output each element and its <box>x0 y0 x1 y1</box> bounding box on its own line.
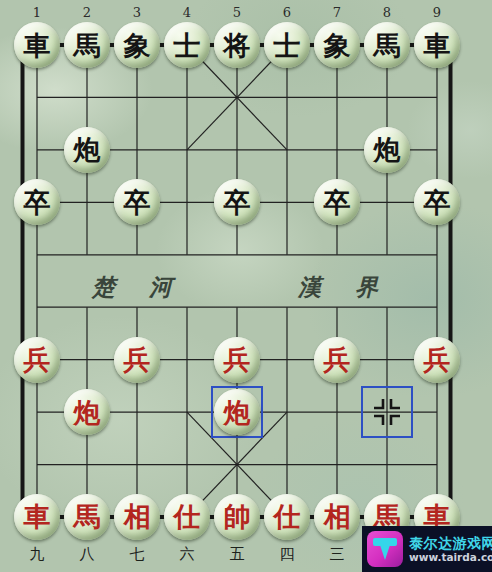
piece-red-炮-c5r8[interactable]: 炮 <box>214 389 260 435</box>
piece-red-車-c1r10[interactable]: 車 <box>14 494 60 540</box>
piece-black-卒-c3r4[interactable]: 卒 <box>114 179 160 225</box>
board-intersections[interactable]: 車馬象士将士象馬車炮炮卒卒卒卒卒兵兵兵兵炮炮兵車馬相仕帥仕相馬車 <box>12 19 462 543</box>
piece-black-卒-c5r4[interactable]: 卒 <box>214 179 260 225</box>
piece-black-馬-c8r1[interactable]: 馬 <box>364 22 410 68</box>
piece-red-兵-c7r7[interactable]: 兵 <box>314 337 360 383</box>
piece-red-兵-c1r7[interactable]: 兵 <box>14 337 60 383</box>
watermark-site-name: 泰尔达游戏网 <box>409 535 492 551</box>
piece-red-相-c7r10[interactable]: 相 <box>314 494 360 540</box>
piece-red-兵-c3r7[interactable]: 兵 <box>114 337 160 383</box>
piece-black-馬-c2r1[interactable]: 馬 <box>64 22 110 68</box>
last-move-origin-highlight <box>361 386 413 438</box>
piece-black-炮-c8r3[interactable]: 炮 <box>364 127 410 173</box>
watermark-logo[interactable]: 泰尔达游戏网 www.tairda.com <box>362 526 492 572</box>
piece-black-象-c7r1[interactable]: 象 <box>314 22 360 68</box>
origin-crosshair-icon <box>370 395 404 429</box>
piece-red-兵-c5r7[interactable]: 兵 <box>214 337 260 383</box>
piece-red-兵-c9r7[interactable]: 兵 <box>414 337 460 383</box>
piece-black-卒-c1r4[interactable]: 卒 <box>14 179 60 225</box>
piece-black-炮-c2r3[interactable]: 炮 <box>64 127 110 173</box>
piece-black-象-c3r1[interactable]: 象 <box>114 22 160 68</box>
piece-black-将-c5r1[interactable]: 将 <box>214 22 260 68</box>
piece-red-馬-c2r10[interactable]: 馬 <box>64 494 110 540</box>
piece-red-仕-c4r10[interactable]: 仕 <box>164 494 210 540</box>
piece-black-車-c1r1[interactable]: 車 <box>14 22 60 68</box>
xiangqi-board-screen: 123456789 九八七六五四三二一 楚河 漢界 車馬象士将士象馬車炮炮卒卒卒… <box>0 0 492 572</box>
piece-black-士-c6r1[interactable]: 士 <box>264 22 310 68</box>
piece-black-車-c9r1[interactable]: 車 <box>414 22 460 68</box>
piece-red-帥-c5r10[interactable]: 帥 <box>214 494 260 540</box>
piece-black-卒-c9r4[interactable]: 卒 <box>414 179 460 225</box>
watermark-url: www.tairda.com <box>409 551 492 563</box>
piece-red-仕-c6r10[interactable]: 仕 <box>264 494 310 540</box>
piece-red-炮-c2r8[interactable]: 炮 <box>64 389 110 435</box>
piece-black-卒-c7r4[interactable]: 卒 <box>314 179 360 225</box>
piece-black-士-c4r1[interactable]: 士 <box>164 22 210 68</box>
piece-red-相-c3r10[interactable]: 相 <box>114 494 160 540</box>
tairda-logo-icon <box>367 531 403 567</box>
